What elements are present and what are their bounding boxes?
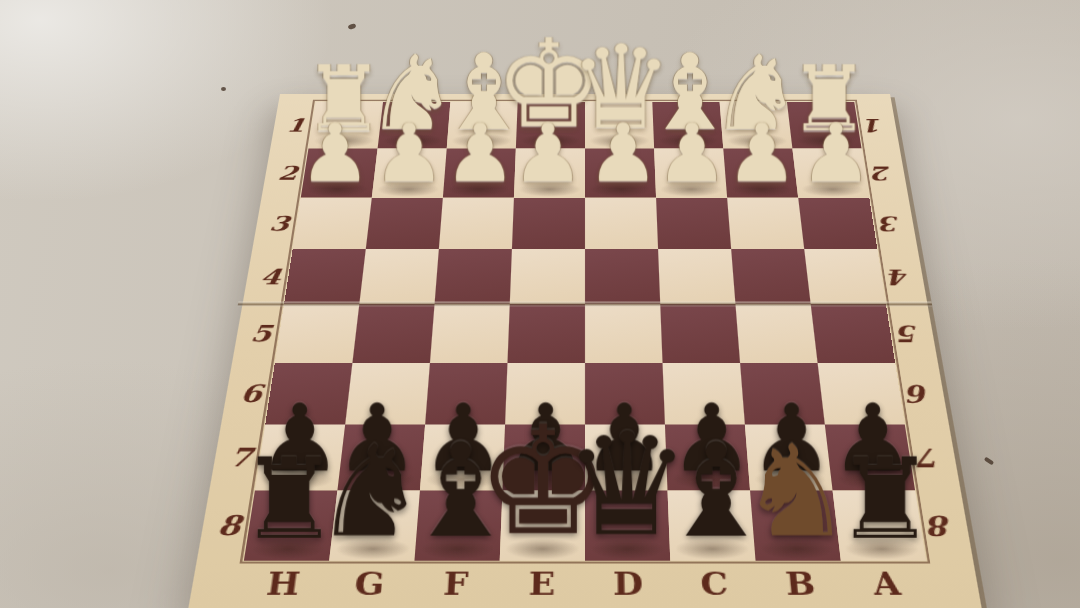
rank-label-text: 4 [887, 264, 911, 289]
square-c3 [656, 198, 731, 250]
file-label-G: G [323, 561, 414, 608]
square-f2: ♟ [443, 149, 516, 198]
file-label-E: E [498, 561, 585, 608]
square-a8: ♜ [833, 490, 927, 560]
chessboard-scene: ♜♞♝♚♛♝♞♜11♟♟♟♟♟♟♟♟2233445566♟♟♟♟♟♟♟♟77♜♞… [280, 94, 890, 608]
square-a5 [811, 304, 895, 362]
rank-label-text: 2 [871, 162, 894, 184]
file-label-C: C [670, 561, 759, 608]
square-h2: ♟ [301, 149, 378, 198]
file-label-text: A [871, 567, 903, 601]
rank-label-right-4: 4 [877, 249, 927, 304]
file-label-text: D [613, 567, 644, 601]
file-label-F: F [410, 561, 499, 608]
file-label-text: G [353, 567, 386, 601]
white-pawn-f2: ♟ [444, 113, 516, 193]
rank-label-text: 3 [879, 212, 902, 235]
floor-speck [221, 87, 226, 91]
square-b3 [727, 198, 804, 250]
white-pawn-d2: ♟ [587, 113, 659, 193]
square-d5 [585, 304, 663, 362]
white-pawn-b2: ♟ [725, 113, 797, 193]
square-b2: ♟ [723, 149, 798, 198]
square-d2: ♟ [585, 149, 656, 198]
square-h5 [275, 304, 359, 362]
square-g4 [359, 249, 439, 304]
square-f5 [430, 304, 510, 362]
floor: ♜♞♝♚♛♝♞♜11♟♟♟♟♟♟♟♟2233445566♟♟♟♟♟♟♟♟77♜♞… [0, 0, 1080, 608]
square-h3 [293, 198, 372, 250]
square-b8: ♞ [750, 490, 841, 560]
square-g3 [366, 198, 443, 250]
square-e5 [507, 304, 585, 362]
white-pawn-a2: ♟ [799, 113, 871, 193]
chessboard: ♜♞♝♚♛♝♞♜11♟♟♟♟♟♟♟♟2233445566♟♟♟♟♟♟♟♟77♜♞… [188, 94, 983, 608]
rank-label-text: 2 [277, 162, 300, 184]
file-label-text: H [264, 567, 302, 601]
square-h4 [284, 249, 366, 304]
file-label-A: A [841, 561, 934, 608]
black-rook-a8: ♜ [834, 444, 934, 556]
square-f3 [439, 198, 514, 250]
file-label-text: F [442, 567, 469, 601]
square-b4 [731, 249, 811, 304]
white-pawn-h2: ♟ [298, 113, 370, 193]
rank-label-text: 4 [259, 264, 283, 289]
rank-label-text: 5 [896, 320, 921, 346]
white-pawn-e2: ♟ [511, 113, 583, 193]
square-c4 [658, 249, 735, 304]
square-d4 [585, 249, 660, 304]
white-pawn-c2: ♟ [655, 113, 727, 193]
rank-label-text: 3 [268, 212, 291, 235]
floor-speck [347, 23, 356, 30]
file-label-text: E [528, 567, 555, 601]
file-label-text: B [784, 567, 817, 601]
square-a4 [804, 249, 886, 304]
file-label-B: B [756, 561, 847, 608]
square-e3 [512, 198, 585, 250]
square-a3 [798, 198, 877, 250]
square-e2: ♟ [514, 149, 585, 198]
square-d3 [585, 198, 658, 250]
white-pawn-g2: ♟ [373, 113, 445, 193]
square-b5 [735, 304, 817, 362]
square-f4 [435, 249, 512, 304]
file-label-text: C [700, 567, 730, 601]
square-g2: ♟ [372, 149, 447, 198]
square-e4 [510, 249, 585, 304]
rank-label-text: 5 [249, 320, 274, 346]
square-g5 [352, 304, 434, 362]
square-c5 [660, 304, 740, 362]
square-a2: ♟ [792, 149, 869, 198]
square-c2: ♟ [654, 149, 727, 198]
floor-speck [984, 456, 994, 465]
file-label-H: H [236, 561, 329, 608]
file-label-D: D [585, 561, 672, 608]
rank-label-right-3: 3 [869, 198, 917, 250]
